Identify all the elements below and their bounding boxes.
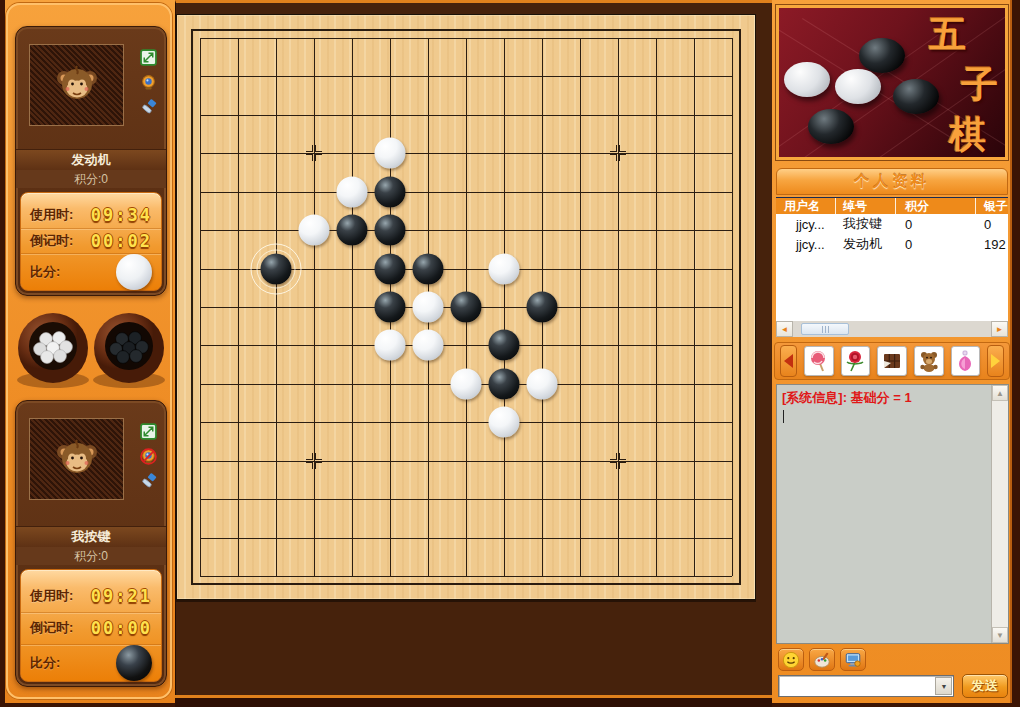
grid-line bbox=[618, 38, 619, 576]
gomoku-game-window: 发动机 积分:0 使用时:09:34 倒记时:00:02 比分: bbox=[0, 0, 1020, 707]
white-stone bbox=[527, 368, 558, 399]
banner-title-char: 五 bbox=[929, 10, 966, 60]
gift-candy-button[interactable] bbox=[804, 346, 834, 376]
grid-line bbox=[732, 38, 733, 576]
emoticon-button[interactable] bbox=[778, 648, 804, 671]
grid-line bbox=[580, 38, 581, 576]
gift-rose-button[interactable] bbox=[841, 346, 871, 376]
game-banner: 五 子 棋 bbox=[776, 5, 1008, 160]
gift-teddy-bear-button[interactable] bbox=[914, 346, 944, 376]
black-stone bbox=[527, 292, 558, 323]
player-score: 积分:0 bbox=[16, 170, 166, 188]
column-header: 绰号 bbox=[836, 198, 896, 214]
banner-white-stone bbox=[784, 62, 830, 97]
star-point-mark bbox=[306, 453, 322, 469]
player-panel-bottom: 我按键 积分:0 使用时:09:21 倒记时:00:00 比分: bbox=[15, 400, 167, 687]
scroll-right-button[interactable]: ► bbox=[991, 321, 1008, 337]
black-stone bbox=[337, 215, 368, 246]
black-stone bbox=[489, 330, 520, 361]
grid-line bbox=[200, 576, 732, 577]
chat-settings-button[interactable] bbox=[840, 648, 866, 671]
white-stone bbox=[451, 368, 482, 399]
expand-icon[interactable] bbox=[140, 423, 157, 440]
scroll-left-button[interactable]: ◄ bbox=[776, 321, 793, 337]
chat-log: [系统信息]: 基础分 = 1 ▲ ▼ bbox=[776, 384, 1009, 644]
black-stone bbox=[375, 215, 406, 246]
monkey-avatar-icon bbox=[52, 436, 102, 482]
grid-line bbox=[200, 461, 732, 462]
player-score: 积分:0 bbox=[16, 547, 166, 565]
chat-tools bbox=[778, 648, 866, 671]
grid-line bbox=[694, 38, 695, 576]
cell-username: jjcy... bbox=[776, 217, 836, 232]
white-stone bbox=[299, 215, 330, 246]
white-stone bbox=[489, 407, 520, 438]
countdown-label: 倒记时: bbox=[30, 619, 73, 637]
countdown-value: 00:00 bbox=[91, 618, 152, 638]
gift-perfume-button[interactable] bbox=[951, 346, 981, 376]
white-stone-badge bbox=[116, 254, 152, 290]
font-color-button[interactable] bbox=[809, 648, 835, 671]
avatar-row bbox=[16, 401, 166, 526]
avatar-row bbox=[16, 27, 166, 149]
star-point-mark bbox=[610, 145, 626, 161]
cell-nickname: 我按键 bbox=[836, 215, 896, 233]
grid-line bbox=[200, 345, 732, 346]
white-stone bbox=[337, 176, 368, 207]
star-point-mark bbox=[610, 453, 626, 469]
black-stone bbox=[375, 176, 406, 207]
white-stone bbox=[413, 330, 444, 361]
cell-username: jjcy... bbox=[776, 237, 836, 252]
frame-edge bbox=[175, 698, 772, 707]
chat-input-combo[interactable]: ▼ bbox=[778, 675, 954, 697]
used-time-value: 09:21 bbox=[91, 586, 152, 606]
profile-table: jjcy... 我按键 0 0 jjcy... 发动机 0 192 bbox=[776, 214, 1008, 321]
horizontal-scrollbar[interactable]: ◄ ► bbox=[776, 321, 1008, 337]
black-stone bbox=[375, 292, 406, 323]
gift-toolbar bbox=[774, 342, 1010, 380]
cell-silver: 0 bbox=[976, 217, 1008, 232]
system-message: [系统信息]: 基础分 = 1 bbox=[777, 385, 1008, 407]
used-time-value: 09:34 bbox=[91, 205, 152, 225]
white-stone bbox=[489, 253, 520, 284]
game-board[interactable] bbox=[176, 14, 756, 600]
right-panel: 五 子 棋 个人资料 用户名 绰号 积分 银子 jjcy... 我按键 0 0 … bbox=[772, 0, 1012, 703]
banner-title-char: 子 bbox=[961, 60, 998, 110]
banner-black-stone bbox=[808, 109, 854, 144]
monkey-avatar-icon bbox=[52, 62, 102, 108]
gift-next-button[interactable] bbox=[987, 345, 1004, 377]
grid-line bbox=[200, 499, 732, 500]
last-move-marker bbox=[257, 249, 296, 288]
cell-score: 0 bbox=[896, 237, 976, 252]
cell-score: 0 bbox=[896, 217, 976, 232]
table-row[interactable]: jjcy... 发动机 0 192 bbox=[776, 234, 1008, 254]
white-stone bbox=[375, 330, 406, 361]
scroll-up-button[interactable]: ▲ bbox=[992, 385, 1008, 401]
column-header: 银子 bbox=[976, 198, 1008, 214]
player-name: 发动机 bbox=[16, 149, 166, 170]
send-button[interactable]: 发送 bbox=[962, 674, 1008, 698]
grid-line bbox=[200, 422, 732, 423]
column-header: 用户名 bbox=[776, 198, 836, 214]
used-time-label: 使用时: bbox=[30, 587, 73, 605]
grid-line bbox=[656, 38, 657, 576]
black-stone bbox=[375, 253, 406, 284]
white-stone bbox=[375, 138, 406, 169]
banner-white-stone bbox=[835, 69, 881, 104]
gift-chocolate-button[interactable] bbox=[877, 346, 907, 376]
stone-bowls bbox=[11, 308, 171, 394]
black-stone-badge bbox=[116, 645, 152, 681]
used-time-label: 使用时: bbox=[30, 206, 73, 224]
banner-title-char: 棋 bbox=[949, 110, 986, 160]
avatar bbox=[29, 418, 124, 500]
grid-line bbox=[200, 538, 732, 539]
board-grid[interactable] bbox=[200, 38, 732, 576]
black-stone bbox=[413, 253, 444, 284]
avatar bbox=[29, 44, 124, 126]
grid-line bbox=[504, 38, 505, 576]
cell-silver: 192 bbox=[976, 237, 1008, 252]
profile-table-header: 用户名 绰号 积分 银子 bbox=[776, 197, 1008, 214]
sidebar: 发动机 积分:0 使用时:09:34 倒记时:00:02 比分: bbox=[0, 0, 175, 703]
webcam-icon[interactable] bbox=[140, 74, 157, 91]
banner-black-stone bbox=[859, 38, 905, 73]
countdown-value: 00:02 bbox=[91, 231, 152, 251]
torch-icon[interactable] bbox=[140, 99, 157, 116]
player-panel-top: 发动机 积分:0 使用时:09:34 倒记时:00:02 比分: bbox=[15, 26, 167, 296]
banner-black-stone bbox=[893, 79, 939, 114]
torch-icon[interactable] bbox=[140, 473, 157, 490]
result-label: 比分: bbox=[30, 263, 60, 281]
timer-panel: 使用时:09:34 倒记时:00:02 比分: bbox=[20, 192, 162, 291]
profile-panel-title: 个人资料 bbox=[776, 168, 1008, 195]
white-stone bbox=[413, 292, 444, 323]
chat-input[interactable] bbox=[781, 677, 931, 695]
combo-dropdown-button[interactable]: ▼ bbox=[935, 677, 952, 695]
countdown-label: 倒记时: bbox=[30, 232, 73, 250]
timer-panel: 使用时:09:21 倒记时:00:00 比分: bbox=[20, 569, 162, 682]
scroll-down-button[interactable]: ▼ bbox=[992, 627, 1008, 643]
star-point-mark bbox=[306, 145, 322, 161]
expand-icon[interactable] bbox=[140, 49, 157, 66]
scrollbar-thumb[interactable] bbox=[801, 323, 849, 335]
cell-nickname: 发动机 bbox=[836, 235, 896, 253]
black-stone bbox=[451, 292, 482, 323]
gift-prev-button[interactable] bbox=[780, 345, 797, 377]
chat-composer: ▼ 发送 bbox=[778, 674, 1008, 698]
result-label: 比分: bbox=[30, 654, 60, 672]
player-name: 我按键 bbox=[16, 526, 166, 547]
column-header: 积分 bbox=[896, 198, 976, 214]
webcam-disabled-icon[interactable] bbox=[140, 448, 157, 465]
black-stone bbox=[489, 368, 520, 399]
vertical-scrollbar[interactable]: ▲ ▼ bbox=[991, 385, 1008, 643]
text-caret bbox=[783, 410, 784, 423]
table-row[interactable]: jjcy... 我按键 0 0 bbox=[776, 214, 1008, 234]
